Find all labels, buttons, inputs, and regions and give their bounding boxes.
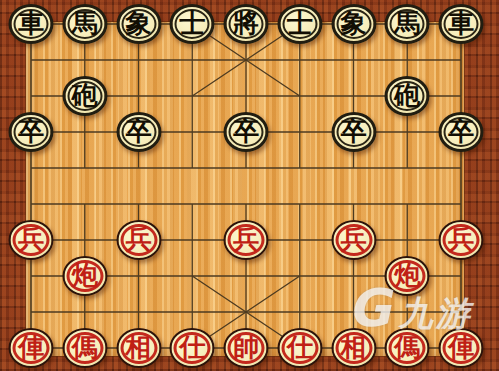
piece-red-相[interactable]: 相 [331,328,376,368]
piece-red-仕[interactable]: 仕 [170,328,215,368]
piece-glyph: 砲 [394,82,420,108]
xiangqi-board: 車馬象士將士象馬車砲砲卒卒卒卒卒兵兵兵兵兵炮炮俥傌相仕帥仕相傌俥 G 九游 [0,0,499,371]
piece-glyph: 相 [126,334,152,360]
piece-glyph: 象 [126,10,152,36]
piece-glyph: 傌 [72,334,98,360]
piece-glyph: 炮 [72,262,98,288]
piece-black-將[interactable]: 將 [224,4,269,44]
piece-glyph: 俥 [18,334,44,360]
piece-glyph: 兵 [233,226,259,252]
piece-red-俥[interactable]: 俥 [9,328,54,368]
piece-red-傌[interactable]: 傌 [62,328,107,368]
piece-glyph: 象 [341,10,367,36]
piece-black-車[interactable]: 車 [9,4,54,44]
piece-glyph: 砲 [72,82,98,108]
piece-glyph: 卒 [448,118,474,144]
piece-glyph: 仕 [179,334,205,360]
piece-red-兵[interactable]: 兵 [331,220,376,260]
piece-red-兵[interactable]: 兵 [439,220,484,260]
piece-red-帥[interactable]: 帥 [224,328,269,368]
piece-glyph: 卒 [126,118,152,144]
piece-black-卒[interactable]: 卒 [116,112,161,152]
piece-glyph: 帥 [233,334,259,360]
piece-glyph: 士 [179,10,205,36]
piece-glyph: 車 [448,10,474,36]
piece-red-兵[interactable]: 兵 [224,220,269,260]
piece-red-俥[interactable]: 俥 [439,328,484,368]
piece-black-砲[interactable]: 砲 [385,76,430,116]
piece-black-車[interactable]: 車 [439,4,484,44]
piece-glyph: 俥 [448,334,474,360]
board-wood-surface[interactable] [26,22,464,356]
piece-black-馬[interactable]: 馬 [385,4,430,44]
piece-glyph: 兵 [448,226,474,252]
piece-glyph: 兵 [18,226,44,252]
piece-red-傌[interactable]: 傌 [385,328,430,368]
piece-black-象[interactable]: 象 [116,4,161,44]
piece-glyph: 士 [287,10,313,36]
piece-black-砲[interactable]: 砲 [62,76,107,116]
piece-red-兵[interactable]: 兵 [116,220,161,260]
piece-black-馬[interactable]: 馬 [62,4,107,44]
piece-red-炮[interactable]: 炮 [385,256,430,296]
piece-red-相[interactable]: 相 [116,328,161,368]
piece-red-仕[interactable]: 仕 [277,328,322,368]
piece-red-炮[interactable]: 炮 [62,256,107,296]
piece-glyph: 馬 [394,10,420,36]
piece-black-卒[interactable]: 卒 [224,112,269,152]
piece-glyph: 將 [233,10,259,36]
piece-glyph: 兵 [341,226,367,252]
piece-glyph: 炮 [394,262,420,288]
piece-glyph: 仕 [287,334,313,360]
piece-black-卒[interactable]: 卒 [331,112,376,152]
piece-red-兵[interactable]: 兵 [9,220,54,260]
piece-black-卒[interactable]: 卒 [9,112,54,152]
piece-glyph: 車 [18,10,44,36]
piece-glyph: 相 [341,334,367,360]
piece-black-象[interactable]: 象 [331,4,376,44]
piece-glyph: 卒 [18,118,44,144]
piece-glyph: 傌 [394,334,420,360]
piece-black-卒[interactable]: 卒 [439,112,484,152]
piece-glyph: 卒 [341,118,367,144]
piece-black-士[interactable]: 士 [277,4,322,44]
piece-glyph: 卒 [233,118,259,144]
piece-black-士[interactable]: 士 [170,4,215,44]
piece-glyph: 兵 [126,226,152,252]
piece-glyph: 馬 [72,10,98,36]
